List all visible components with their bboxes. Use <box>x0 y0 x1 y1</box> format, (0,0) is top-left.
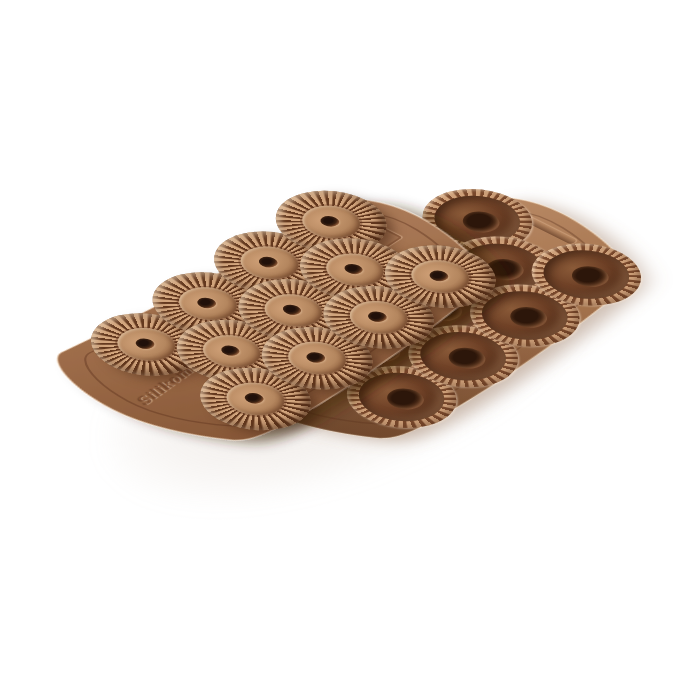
cavity-pit <box>564 262 617 292</box>
bump-top <box>400 254 481 300</box>
cavity-pit <box>379 384 432 414</box>
cavity-pit <box>441 343 494 373</box>
bump-top <box>106 321 187 367</box>
bump-top <box>215 376 296 422</box>
bump-dimple <box>426 268 453 283</box>
bump-dimple <box>364 309 391 324</box>
bump-dimple <box>193 295 220 310</box>
bump-dimple <box>255 255 282 270</box>
bump-dimple <box>132 336 159 351</box>
bump-dimple <box>302 350 329 365</box>
bump-dimple <box>316 214 343 229</box>
bump-dimple <box>241 391 268 406</box>
bump-dimple <box>217 343 244 358</box>
bump-top <box>277 335 358 381</box>
bump-dimple <box>279 302 306 317</box>
bump-top <box>338 294 419 340</box>
product-photo-scene: Silikomart <box>0 0 700 700</box>
cavity-pit <box>502 302 555 332</box>
bump-dimple <box>340 261 367 276</box>
